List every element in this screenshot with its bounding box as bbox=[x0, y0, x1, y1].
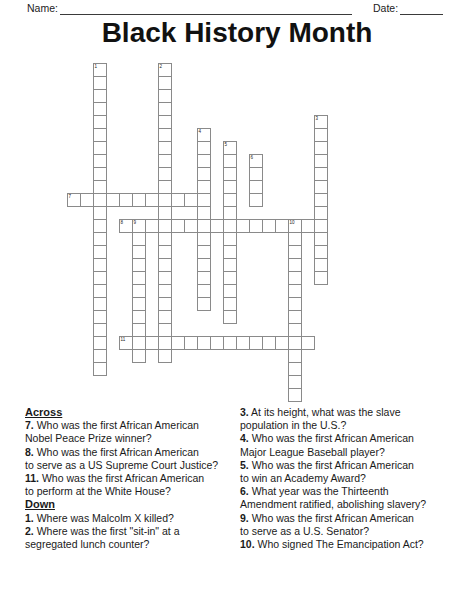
grid-cell-r16c17[interactable] bbox=[288, 271, 302, 285]
grid-cell-r10c3[interactable] bbox=[106, 193, 120, 207]
grid-cell-r5c7[interactable] bbox=[158, 128, 172, 142]
grid-cell-r8c2[interactable] bbox=[93, 167, 107, 181]
grid-cell-r22c7[interactable] bbox=[158, 349, 172, 363]
grid-cell-r14c5[interactable] bbox=[132, 245, 146, 259]
grid-cell-r15c7[interactable] bbox=[158, 258, 172, 272]
grid-cell-r16c19[interactable] bbox=[314, 271, 328, 285]
clues-right-column: 3. At its height, what was the slave pop… bbox=[240, 406, 468, 551]
clue-text: Who was the first African American Major… bbox=[240, 432, 414, 457]
grid-cell-r17c5[interactable] bbox=[132, 284, 146, 298]
grid-cell-r13c17[interactable] bbox=[288, 232, 302, 246]
grid-cell-r13c19[interactable] bbox=[314, 232, 328, 246]
grid-clue-number-7: 7 bbox=[69, 193, 72, 199]
grid-cell-r9c19[interactable] bbox=[314, 180, 328, 194]
clue-down-9: 9. Who was the first African American to… bbox=[240, 512, 468, 538]
grid-cell-r7c7[interactable] bbox=[158, 154, 172, 168]
grid-clue-number-10: 10 bbox=[290, 219, 295, 225]
grid-cell-r19c5[interactable] bbox=[132, 310, 146, 324]
grid-cell-r14c10[interactable] bbox=[197, 245, 211, 259]
grid-cell-r2c7[interactable] bbox=[158, 89, 172, 103]
grid-cell-r19c7[interactable] bbox=[158, 310, 172, 324]
grid-clue-number-9: 9 bbox=[134, 219, 137, 225]
grid-clue-number-3: 3 bbox=[316, 115, 319, 121]
clue-across-7: 7. Who was the first African American No… bbox=[25, 419, 239, 445]
grid-cell-r12c12[interactable] bbox=[223, 219, 237, 233]
grid-cell-r13c7[interactable] bbox=[158, 232, 172, 246]
grid-cell-r10c5[interactable] bbox=[132, 193, 146, 207]
grid-cell-r10c4[interactable] bbox=[119, 193, 133, 207]
grid-cell-r22c17[interactable] bbox=[288, 349, 302, 363]
grid-cell-r21c12[interactable] bbox=[223, 336, 237, 350]
grid-cell-r21c11[interactable] bbox=[210, 336, 224, 350]
grid-clue-number-11: 11 bbox=[121, 336, 126, 342]
grid-cell-r21c14[interactable] bbox=[249, 336, 263, 350]
grid-cell-r7c19[interactable] bbox=[314, 154, 328, 168]
clue-down-10: 10. Who signed The Emancipation Act? bbox=[240, 538, 468, 551]
grid-cell-r3c7[interactable] bbox=[158, 102, 172, 116]
grid-cell-r18c12[interactable] bbox=[223, 297, 237, 311]
grid-cell-r12c14[interactable] bbox=[249, 219, 263, 233]
grid-cell-r21c8[interactable] bbox=[171, 336, 185, 350]
clue-down-4: 4. Who was the first African American Ma… bbox=[240, 432, 468, 458]
grid-cell-r20c17[interactable] bbox=[288, 323, 302, 337]
clue-number: 8. bbox=[25, 446, 34, 458]
grid-cell-r13c12[interactable] bbox=[223, 232, 237, 246]
grid-cell-r18c5[interactable] bbox=[132, 297, 146, 311]
grid-cell-r15c12[interactable] bbox=[223, 258, 237, 272]
clue-text: At its height, what was the slave popula… bbox=[240, 406, 401, 431]
grid-cell-r25c17[interactable] bbox=[288, 388, 302, 402]
grid-cell-r22c5[interactable] bbox=[132, 349, 146, 363]
grid-cell-r6c2[interactable] bbox=[93, 141, 107, 155]
grid-cell-r10c6[interactable] bbox=[145, 193, 159, 207]
grid-cell-r12c13[interactable] bbox=[236, 219, 250, 233]
grid-cell-r12c18[interactable] bbox=[301, 219, 315, 233]
grid-cell-r9c12[interactable] bbox=[223, 180, 237, 194]
grid-cell-r18c10[interactable] bbox=[197, 297, 211, 311]
grid-cell-r15c5[interactable] bbox=[132, 258, 146, 272]
clue-text: Where was Malcolm X killed? bbox=[37, 512, 174, 524]
grid-cell-r1c7[interactable] bbox=[158, 76, 172, 90]
page-title: Black History Month bbox=[0, 17, 474, 49]
grid-cell-r12c16[interactable] bbox=[275, 219, 289, 233]
grid-cell-r17c2[interactable] bbox=[93, 284, 107, 298]
name-label: Name: bbox=[27, 2, 58, 14]
grid-cell-r10c12[interactable] bbox=[223, 193, 237, 207]
grid-cell-r21c17[interactable] bbox=[288, 336, 302, 350]
grid-cell-r9c10[interactable] bbox=[197, 180, 211, 194]
grid-cell-r20c2[interactable] bbox=[93, 323, 107, 337]
grid-cell-r15c2[interactable] bbox=[93, 258, 107, 272]
clue-down-2: 2. Where was the first "sit-in" at a seg… bbox=[25, 525, 239, 551]
grid-cell-r10c7[interactable] bbox=[158, 193, 172, 207]
grid-cell-r11c12[interactable] bbox=[223, 206, 237, 220]
grid-cell-r18c2[interactable] bbox=[93, 297, 107, 311]
grid-cell-r11c2[interactable] bbox=[93, 206, 107, 220]
clue-down-3: 3. At its height, what was the slave pop… bbox=[240, 406, 468, 432]
grid-cell-r17c10[interactable] bbox=[197, 284, 211, 298]
grid-cell-r20c5[interactable] bbox=[132, 323, 146, 337]
grid-cell-r9c14[interactable] bbox=[249, 180, 263, 194]
grid-cell-r21c2[interactable] bbox=[93, 336, 107, 350]
down-heading: Down bbox=[25, 498, 239, 511]
grid-cell-r16c7[interactable] bbox=[158, 271, 172, 285]
crossword-grid: 1234567891011 bbox=[67, 63, 328, 402]
grid-cell-r23c17[interactable] bbox=[288, 362, 302, 376]
grid-cell-r14c2[interactable] bbox=[93, 245, 107, 259]
grid-cell-r21c7[interactable] bbox=[158, 336, 172, 350]
grid-cell-r7c10[interactable] bbox=[197, 154, 211, 168]
grid-cell-r1c2[interactable] bbox=[93, 76, 107, 90]
grid-cell-r18c17[interactable] bbox=[288, 297, 302, 311]
clue-text: Where was the first "sit-in" at a segreg… bbox=[25, 525, 180, 550]
grid-cell-r8c10[interactable] bbox=[197, 167, 211, 181]
clue-text: Who was the first African American to wi… bbox=[240, 459, 414, 484]
grid-clue-number-4: 4 bbox=[199, 128, 202, 134]
grid-cell-r4c7[interactable] bbox=[158, 115, 172, 129]
grid-cell-r6c10[interactable] bbox=[197, 141, 211, 155]
grid-cell-r12c10[interactable] bbox=[197, 219, 211, 233]
grid-cell-r12c11[interactable] bbox=[210, 219, 224, 233]
grid-cell-r10c8[interactable] bbox=[171, 193, 185, 207]
clue-number: 7. bbox=[25, 419, 34, 431]
grid-cell-r7c2[interactable] bbox=[93, 154, 107, 168]
clue-number: 5. bbox=[240, 459, 249, 471]
grid-cell-r21c9[interactable] bbox=[184, 336, 198, 350]
grid-cell-r6c19[interactable] bbox=[314, 141, 328, 155]
grid-cell-r12c6[interactable] bbox=[145, 219, 159, 233]
clue-text: Who was the first African American to se… bbox=[240, 512, 414, 537]
across-heading: Across bbox=[25, 406, 239, 419]
grid-cell-r21c18[interactable] bbox=[301, 336, 315, 350]
clue-text: Who signed The Emancipation Act? bbox=[258, 538, 424, 550]
grid-cell-r15c10[interactable] bbox=[197, 258, 211, 272]
grid-cell-r12c19[interactable] bbox=[314, 219, 328, 233]
grid-cell-r10c1[interactable] bbox=[80, 193, 94, 207]
clue-number: 1. bbox=[25, 512, 34, 524]
clue-text: Who was the first African American Nobel… bbox=[25, 419, 199, 444]
date-field[interactable] bbox=[400, 1, 443, 15]
grid-cell-r7c12[interactable] bbox=[223, 154, 237, 168]
grid-cell-r10c9[interactable] bbox=[184, 193, 198, 207]
grid-cell-r5c19[interactable] bbox=[314, 128, 328, 142]
grid-cell-r17c12[interactable] bbox=[223, 284, 237, 298]
clue-down-1: 1. Where was Malcolm X killed? bbox=[25, 512, 239, 525]
grid-cell-r11c19[interactable] bbox=[314, 206, 328, 220]
grid-cell-r15c17[interactable] bbox=[288, 258, 302, 272]
name-field[interactable] bbox=[60, 1, 352, 15]
grid-cell-r13c10[interactable] bbox=[197, 232, 211, 246]
grid-cell-r16c2[interactable] bbox=[93, 271, 107, 285]
clue-text: What year was the Thirteenth Amendment r… bbox=[240, 485, 426, 510]
grid-cell-r10c10[interactable] bbox=[197, 193, 211, 207]
grid-cell-r11c7[interactable] bbox=[158, 206, 172, 220]
grid-cell-r22c2[interactable] bbox=[93, 349, 107, 363]
clue-number: 2. bbox=[25, 525, 34, 537]
grid-cell-r2c2[interactable] bbox=[93, 89, 107, 103]
grid-cell-r21c16[interactable] bbox=[275, 336, 289, 350]
grid-cell-r23c2[interactable] bbox=[93, 362, 107, 376]
grid-cell-r11c10[interactable] bbox=[197, 206, 211, 220]
clue-down-6: 6. What year was the Thirteenth Amendmen… bbox=[240, 485, 468, 511]
grid-cell-r5c2[interactable] bbox=[93, 128, 107, 142]
clue-across-11: 11. Who was the first African American t… bbox=[25, 472, 239, 498]
grid-cell-r15c19[interactable] bbox=[314, 258, 328, 272]
grid-clue-number-2: 2 bbox=[160, 63, 163, 69]
grid-cell-r21c6[interactable] bbox=[145, 336, 159, 350]
clue-text: Who was the first African American to pe… bbox=[25, 472, 204, 497]
grid-cell-r14c17[interactable] bbox=[288, 245, 302, 259]
clue-number: 4. bbox=[240, 432, 249, 444]
grid-cell-r10c2[interactable] bbox=[93, 193, 107, 207]
clue-number: 3. bbox=[240, 406, 249, 418]
grid-cell-r14c12[interactable] bbox=[223, 245, 237, 259]
clue-number: 9. bbox=[240, 512, 249, 524]
grid-cell-r19c12[interactable] bbox=[223, 310, 237, 324]
grid-cell-r8c12[interactable] bbox=[223, 167, 237, 181]
grid-cell-r8c14[interactable] bbox=[249, 167, 263, 181]
grid-cell-r12c2[interactable] bbox=[93, 219, 107, 233]
grid-cell-r24c17[interactable] bbox=[288, 375, 302, 389]
grid-clue-number-8: 8 bbox=[121, 219, 124, 225]
grid-cell-r21c13[interactable] bbox=[236, 336, 250, 350]
grid-clue-number-6: 6 bbox=[251, 154, 254, 160]
grid-cell-r21c10[interactable] bbox=[197, 336, 211, 350]
grid-cell-r6c7[interactable] bbox=[158, 141, 172, 155]
grid-cell-r21c5[interactable] bbox=[132, 336, 146, 350]
clue-number: 10. bbox=[240, 538, 255, 550]
clue-across-8: 8. Who was the first African American to… bbox=[25, 446, 239, 472]
grid-clue-number-1: 1 bbox=[95, 63, 98, 69]
grid-cell-r9c2[interactable] bbox=[93, 180, 107, 194]
grid-cell-r13c5[interactable] bbox=[132, 232, 146, 246]
grid-cell-r18c7[interactable] bbox=[158, 297, 172, 311]
grid-cell-r3c2[interactable] bbox=[93, 102, 107, 116]
grid-cell-r17c17[interactable] bbox=[288, 284, 302, 298]
grid-cell-r4c2[interactable] bbox=[93, 115, 107, 129]
grid-cell-r14c7[interactable] bbox=[158, 245, 172, 259]
clue-down-5: 5. Who was the first African American to… bbox=[240, 459, 468, 485]
grid-cell-r17c7[interactable] bbox=[158, 284, 172, 298]
grid-cell-r8c19[interactable] bbox=[314, 167, 328, 181]
grid-cell-r16c10[interactable] bbox=[197, 271, 211, 285]
clue-text: Who was the first African American to se… bbox=[25, 446, 218, 471]
grid-cell-r12c8[interactable] bbox=[171, 219, 185, 233]
clue-number: 11. bbox=[25, 472, 39, 484]
grid-clue-number-5: 5 bbox=[225, 141, 228, 147]
grid-cell-r14c19[interactable] bbox=[314, 245, 328, 259]
grid-cell-r10c19[interactable] bbox=[314, 193, 328, 207]
grid-cell-r19c2[interactable] bbox=[93, 310, 107, 324]
date-label: Date: bbox=[373, 2, 398, 14]
grid-cell-r12c15[interactable] bbox=[262, 219, 276, 233]
grid-cell-r16c12[interactable] bbox=[223, 271, 237, 285]
grid-cell-r20c7[interactable] bbox=[158, 323, 172, 337]
grid-cell-r12c7[interactable] bbox=[158, 219, 172, 233]
grid-cell-r13c2[interactable] bbox=[93, 232, 107, 246]
grid-cell-r10c14[interactable] bbox=[249, 193, 263, 207]
clues-left-column: Across 7. Who was the first African Amer… bbox=[25, 406, 239, 551]
grid-cell-r12c9[interactable] bbox=[184, 219, 198, 233]
grid-cell-r19c17[interactable] bbox=[288, 310, 302, 324]
grid-cell-r21c15[interactable] bbox=[262, 336, 276, 350]
grid-cell-r16c5[interactable] bbox=[132, 271, 146, 285]
grid-cell-r8c7[interactable] bbox=[158, 167, 172, 181]
clue-number: 6. bbox=[240, 485, 249, 497]
grid-cell-r9c7[interactable] bbox=[158, 180, 172, 194]
